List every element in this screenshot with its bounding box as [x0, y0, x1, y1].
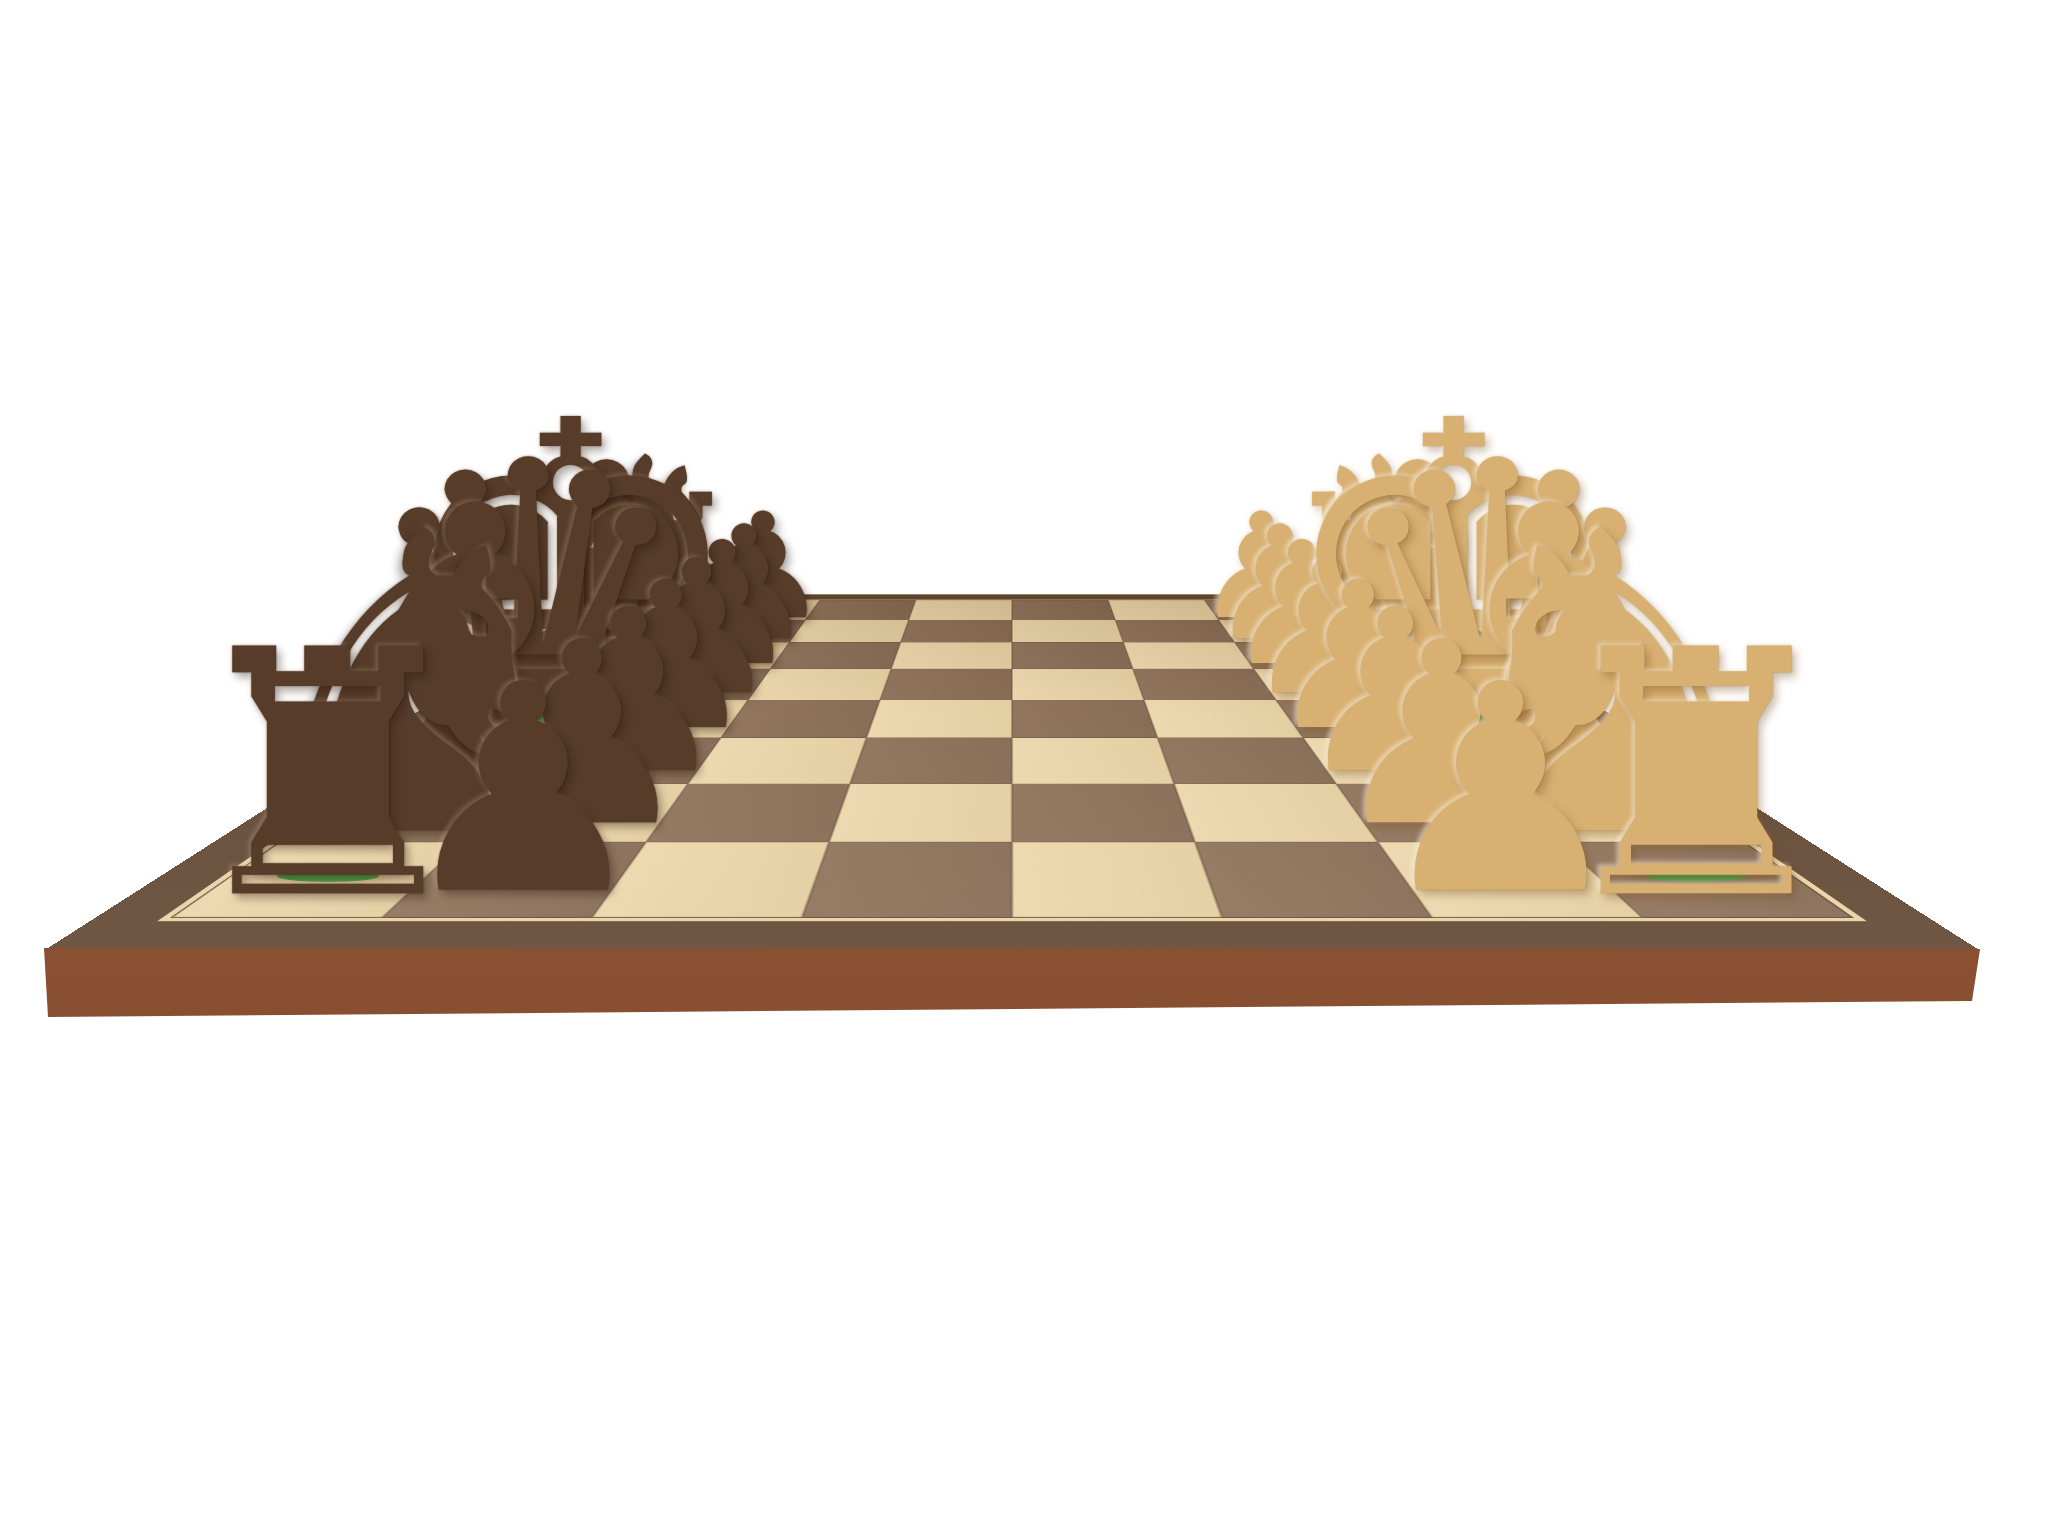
- product-photo: ♜♞♝♛♚♝♞♜♟♟♟♟♟♟♟♟♟♟♟♟♟♟♟♟♜♞♝♛♚♝♞♜: [0, 0, 2048, 1535]
- white-rook-glyph: ♜: [1544, 606, 1848, 945]
- black-pawn-glyph: ♟: [395, 647, 652, 934]
- pieces-layer: ♜♞♝♛♚♝♞♜♟♟♟♟♟♟♟♟♟♟♟♟♟♟♟♟♜♞♝♛♚♝♞♜: [0, 0, 2048, 1535]
